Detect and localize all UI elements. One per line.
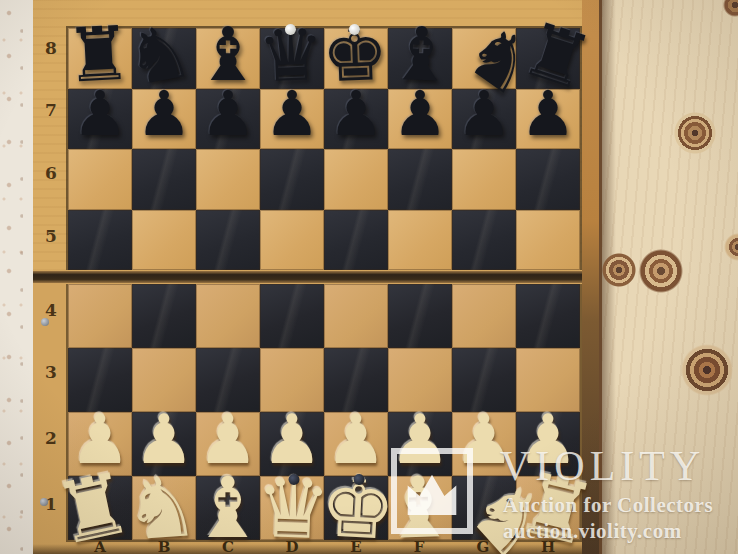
hinge-pin [41,318,49,326]
hinge-pin [40,498,48,506]
wood-knot-decoration [601,252,637,288]
square-f4 [388,284,452,348]
board-grid-top: ♜♞♝♛♚♝♞♜♟♟♟♟♟♟♟♟ [66,26,582,270]
rank-label-8: 8 [40,38,62,58]
square-c7: ♟ [196,89,260,150]
square-a7: ♟ [68,89,132,150]
square-b1: ♞ [132,476,196,540]
square-h5 [516,210,580,271]
square-a5 [68,210,132,271]
king-finial-dot [353,473,365,485]
square-b6 [132,149,196,210]
rank-label-2: 2 [40,428,62,448]
square-e4 [324,284,388,348]
square-c4 [196,284,260,348]
vintage-chess-set-photo: ♜♞♝♛♚♝♞♜♟♟♟♟♟♟♟♟ ♟♟♟♟♟♟♟♟♜♞♝♛♚♝♞♜ 876543… [0,0,738,554]
square-f5 [388,210,452,271]
square-h7: ♟ [516,89,580,150]
square-h4 [516,284,580,348]
file-label-g: G [471,538,495,554]
square-f6 [388,149,452,210]
piece-black-pawn-d7: ♟ [264,83,320,145]
wall-background [0,0,36,554]
square-e1: ♚ [324,476,388,540]
queen-finial-dot [284,23,295,34]
wood-knot-decoration [638,248,684,294]
square-c1: ♝ [196,476,260,540]
square-f7: ♟ [388,89,452,150]
rank-label-6: 6 [40,163,62,183]
rank-label-3: 3 [40,362,62,382]
square-d5 [260,210,324,271]
piece-black-pawn-f7: ♟ [392,83,448,145]
square-e5 [324,210,388,271]
square-h6 [516,149,580,210]
queen-finial-dot [288,473,299,484]
square-e7: ♟ [324,89,388,150]
square-b7: ♟ [132,89,196,150]
square-d6 [260,149,324,210]
watermark-subtitle: Auction for Collectors [503,493,713,518]
square-c6 [196,149,260,210]
wood-knot-decoration [681,344,733,396]
rank-label-7: 7 [40,100,62,120]
square-d7: ♟ [260,89,324,150]
square-g5 [452,210,516,271]
square-e6 [324,149,388,210]
file-label-f: F [407,538,431,554]
rank-label-5: 5 [40,226,62,246]
wood-knot-decoration [673,111,717,155]
square-c5 [196,210,260,271]
square-g4 [452,284,516,348]
file-label-d: D [280,538,304,554]
square-b4 [132,284,196,348]
piece-black-pawn-e7: ♟ [328,83,384,145]
square-b5 [132,210,196,271]
watermark-url: auction.violity.com [503,519,682,544]
piece-black-pawn-c7: ♟ [200,83,256,145]
piece-black-pawn-a7: ♟ [72,83,128,145]
square-d1: ♛ [260,476,324,540]
wood-knot-decoration [723,232,738,262]
file-label-b: B [152,538,176,554]
square-a6 [68,149,132,210]
piece-black-pawn-g7: ♟ [456,83,512,145]
king-finial-dot [348,23,359,34]
wood-knot-decoration [722,0,738,18]
file-label-e: E [344,538,368,554]
rank-label-4: 4 [40,300,62,320]
watermark-title: VIOLITY [500,442,705,490]
square-a4 [68,284,132,348]
watermark-crown-logo [391,448,473,534]
piece-black-pawn-b7: ♟ [136,83,192,145]
square-g7: ♟ [452,89,516,150]
crown-icon [405,473,459,515]
square-d4 [260,284,324,348]
square-g6 [452,149,516,210]
file-label-a: A [88,538,112,554]
piece-black-pawn-h7: ♟ [520,83,576,145]
file-label-c: C [216,538,240,554]
board-fold-hinge-seam [33,271,598,283]
